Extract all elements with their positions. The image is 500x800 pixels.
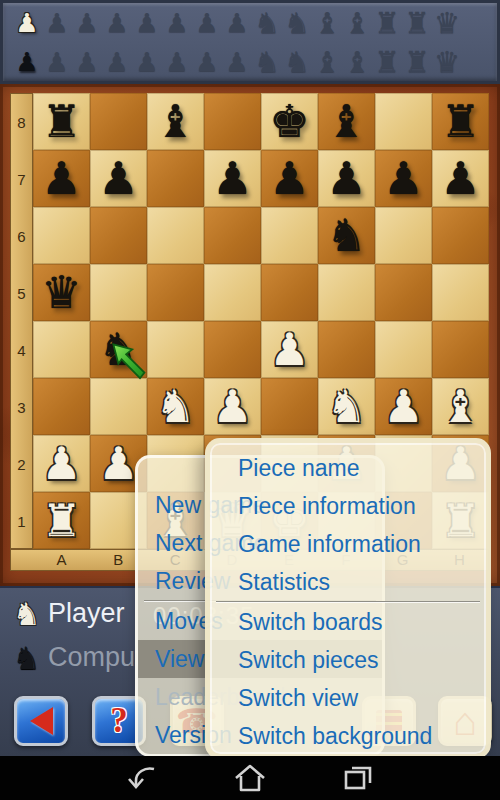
tray-placeholder-pawn: ♟: [222, 4, 252, 42]
view-submenu: Piece namePiece informationGame informat…: [205, 438, 491, 759]
rank-label-3: 3: [11, 379, 32, 436]
black-pawn: ♟: [318, 150, 375, 207]
square-h8[interactable]: ♜: [432, 93, 489, 150]
tray-placeholder-pawn: ♟: [42, 4, 72, 42]
white-pawn: ♟: [261, 321, 318, 378]
square-g7[interactable]: ♟: [375, 150, 432, 207]
rank-label-1: 1: [11, 493, 32, 550]
white-knight: ♞: [318, 378, 375, 435]
square-c4[interactable]: [147, 321, 204, 378]
nav-back-icon[interactable]: [124, 763, 160, 793]
black-rook: ♜: [432, 93, 489, 150]
menu-item-statistics[interactable]: Statistics: [210, 563, 486, 601]
file-label-a: A: [33, 550, 90, 570]
rank-label-7: 7: [11, 151, 32, 208]
tray-placeholder-pawn: ♟: [132, 4, 162, 42]
tray-placeholder-pawn: ♟: [162, 4, 192, 42]
black-queen: ♛: [33, 264, 90, 321]
black-pawn: ♟: [432, 150, 489, 207]
tray-placeholder-pawn: ♟: [222, 43, 252, 81]
square-a7[interactable]: ♟: [33, 150, 90, 207]
android-navbar: [0, 756, 500, 800]
tray-placeholder-bishop: ♝: [312, 43, 342, 81]
app-screen: ♟♟♟♟♟♟♟♟♞♞♝♝♜♜♛ ♟♟♟♟♟♟♟♟♞♞♝♝♜♜♛ 87654321…: [0, 0, 500, 800]
square-f3[interactable]: ♞: [318, 378, 375, 435]
black-bishop: ♝: [147, 93, 204, 150]
square-h5[interactable]: [432, 264, 489, 321]
square-e8[interactable]: ♚: [261, 93, 318, 150]
white-rook: ♜: [33, 492, 90, 549]
square-b3[interactable]: [90, 378, 147, 435]
square-b8[interactable]: [90, 93, 147, 150]
tray-placeholder-rook: ♜: [372, 4, 402, 42]
last-move-arrow-icon: [110, 341, 150, 381]
square-c5[interactable]: [147, 264, 204, 321]
square-h4[interactable]: [432, 321, 489, 378]
tray-placeholder-knight: ♞: [252, 43, 282, 81]
square-h7[interactable]: ♟: [432, 150, 489, 207]
square-f8[interactable]: ♝: [318, 93, 375, 150]
square-a1[interactable]: ♜: [33, 492, 90, 549]
square-a8[interactable]: ♜: [33, 93, 90, 150]
square-g6[interactable]: [375, 207, 432, 264]
captured-white-pawn: ♟: [12, 4, 42, 42]
square-d3[interactable]: ♟: [204, 378, 261, 435]
tray-placeholder-pawn: ♟: [192, 43, 222, 81]
square-f4[interactable]: [318, 321, 375, 378]
menu-item-piece-name[interactable]: Piece name: [210, 449, 486, 487]
black-pawn: ♟: [33, 150, 90, 207]
square-e5[interactable]: [261, 264, 318, 321]
square-g8[interactable]: [375, 93, 432, 150]
black-knight-icon: ♞: [13, 640, 41, 676]
tray-placeholder-knight: ♞: [282, 4, 312, 42]
question-mark-icon: ?: [110, 701, 128, 741]
tray-placeholder-rook: ♜: [402, 4, 432, 42]
menu-item-switch-pieces[interactable]: Switch pieces: [210, 641, 486, 679]
square-f7[interactable]: ♟: [318, 150, 375, 207]
tray-placeholder-queen: ♛: [432, 4, 462, 42]
tray-placeholder-pawn: ♟: [102, 43, 132, 81]
white-knight-icon: ♞: [13, 596, 41, 632]
black-pawn: ♟: [204, 150, 261, 207]
square-c6[interactable]: [147, 207, 204, 264]
menu-item-switch-view[interactable]: Switch view: [210, 679, 486, 717]
tray-placeholder-pawn: ♟: [102, 4, 132, 42]
tray-placeholder-knight: ♞: [252, 4, 282, 42]
back-button[interactable]: [14, 696, 68, 746]
square-e6[interactable]: [261, 207, 318, 264]
square-a4[interactable]: [33, 321, 90, 378]
black-rook: ♜: [33, 93, 90, 150]
square-g3[interactable]: ♟: [375, 378, 432, 435]
square-h3[interactable]: ♝: [432, 378, 489, 435]
tray-placeholder-knight: ♞: [282, 43, 312, 81]
square-b5[interactable]: [90, 264, 147, 321]
square-d5[interactable]: [204, 264, 261, 321]
square-a6[interactable]: [33, 207, 90, 264]
tray-placeholder-bishop: ♝: [342, 43, 372, 81]
black-knight: ♞: [318, 207, 375, 264]
player-name: Player: [48, 598, 125, 629]
square-c7[interactable]: [147, 150, 204, 207]
white-pawn: ♟: [33, 435, 90, 492]
tray-placeholder-rook: ♜: [372, 43, 402, 81]
rank-label-6: 6: [11, 208, 32, 265]
square-a3[interactable]: [33, 378, 90, 435]
tray-placeholder-pawn: ♟: [42, 43, 72, 81]
tray-placeholder-pawn: ♟: [132, 43, 162, 81]
square-d4[interactable]: [204, 321, 261, 378]
tray-placeholder-pawn: ♟: [72, 43, 102, 81]
square-a2[interactable]: ♟: [33, 435, 90, 492]
rank-labels: 87654321: [10, 93, 33, 549]
captured-black-row: ♟♟♟♟♟♟♟♟♞♞♝♝♜♜♛: [3, 42, 497, 81]
white-pawn: ♟: [204, 378, 261, 435]
captured-pieces-tray: ♟♟♟♟♟♟♟♟♞♞♝♝♜♜♛ ♟♟♟♟♟♟♟♟♞♞♝♝♜♜♛: [0, 0, 500, 84]
square-d8[interactable]: [204, 93, 261, 150]
tray-placeholder-rook: ♜: [402, 43, 432, 81]
rank-label-2: 2: [11, 436, 32, 493]
nav-home-icon[interactable]: [232, 763, 268, 793]
red-left-triangle-icon: [30, 707, 53, 735]
square-d7[interactable]: ♟: [204, 150, 261, 207]
tray-placeholder-queen: ♛: [432, 43, 462, 81]
square-a5[interactable]: ♛: [33, 264, 90, 321]
black-bishop: ♝: [318, 93, 375, 150]
menu-item-game-information[interactable]: Game information: [210, 525, 486, 563]
rank-label-8: 8: [11, 94, 32, 151]
square-g4[interactable]: [375, 321, 432, 378]
square-e3[interactable]: [261, 378, 318, 435]
square-h6[interactable]: [432, 207, 489, 264]
nav-recents-icon[interactable]: [340, 763, 376, 793]
menu-item-piece-information[interactable]: Piece information: [210, 487, 486, 525]
black-pawn: ♟: [261, 150, 318, 207]
square-d6[interactable]: [204, 207, 261, 264]
menu-item-switch-boards[interactable]: Switch boards: [210, 603, 486, 641]
rank-label-5: 5: [11, 265, 32, 322]
tray-placeholder-pawn: ♟: [72, 4, 102, 42]
tray-placeholder-bishop: ♝: [312, 4, 342, 42]
square-c3[interactable]: ♞: [147, 378, 204, 435]
white-bishop: ♝: [432, 378, 489, 435]
black-king: ♚: [261, 93, 318, 150]
black-pawn: ♟: [375, 150, 432, 207]
rank-label-4: 4: [11, 322, 32, 379]
menu-item-switch-background[interactable]: Switch background: [210, 717, 486, 755]
square-b7[interactable]: ♟: [90, 150, 147, 207]
square-b6[interactable]: [90, 207, 147, 264]
black-pawn: ♟: [90, 150, 147, 207]
square-f5[interactable]: [318, 264, 375, 321]
white-pawn: ♟: [375, 378, 432, 435]
tray-placeholder-bishop: ♝: [342, 4, 372, 42]
white-knight: ♞: [147, 378, 204, 435]
tray-placeholder-pawn: ♟: [162, 43, 192, 81]
square-c8[interactable]: ♝: [147, 93, 204, 150]
square-g5[interactable]: [375, 264, 432, 321]
tray-placeholder-pawn: ♟: [192, 4, 222, 42]
square-f6[interactable]: ♞: [318, 207, 375, 264]
captured-white-row: ♟♟♟♟♟♟♟♟♞♞♝♝♜♜♛: [3, 3, 497, 42]
square-e4[interactable]: ♟: [261, 321, 318, 378]
captured-black-pawn: ♟: [12, 43, 42, 81]
square-e7[interactable]: ♟: [261, 150, 318, 207]
